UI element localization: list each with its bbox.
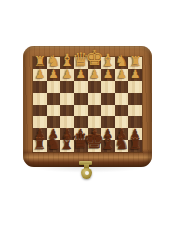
square-r3c4 [74, 81, 88, 93]
square-r1c7: ♞ [115, 57, 129, 69]
square-r5c2 [47, 105, 61, 117]
square-r8c4: ♛ [74, 140, 88, 152]
square-r5c7 [115, 105, 129, 117]
square-r2c4: ♟ [74, 69, 88, 81]
piece-white-knight: ♞ [115, 54, 128, 69]
square-r4c6 [101, 93, 115, 105]
piece-white-pawn: ♟ [89, 69, 99, 81]
square-r1c6: ♝ [101, 57, 115, 69]
square-r6c3 [60, 116, 74, 128]
square-r3c8 [128, 81, 142, 93]
square-r2c5: ♟ [88, 69, 102, 81]
piece-white-pawn: ♟ [62, 69, 72, 81]
piece-white-pawn: ♟ [76, 69, 86, 81]
square-r7c3: ♟ [60, 128, 74, 140]
square-r2c7: ♟ [115, 69, 129, 81]
square-r6c4 [74, 116, 88, 128]
piece-black-pawn: ♟ [48, 128, 59, 141]
square-r4c1 [33, 93, 47, 105]
piece-black-pawn: ♟ [102, 128, 113, 141]
square-r4c2 [47, 93, 61, 105]
piece-black-pawn: ♟ [34, 128, 45, 141]
piece-white-pawn: ♟ [48, 69, 58, 81]
piece-white-pawn: ♟ [103, 69, 113, 81]
square-r7c8: ♟ [128, 128, 142, 140]
square-r8c6: ♝ [101, 140, 115, 152]
piece-black-rook: ♜ [33, 137, 46, 152]
piece-white-pawn: ♟ [35, 69, 45, 81]
square-r6c7 [115, 116, 129, 128]
square-r5c3 [60, 105, 74, 117]
wooden-chess-box: ♜♞♝♛♚♝♞♜♟♟♟♟♟♟♟♟♟♟♟♟♟♟♟♟♜♞♝♛♚♝♞♜ [23, 46, 152, 167]
square-r3c5 [88, 81, 102, 93]
square-r2c8: ♟ [128, 69, 142, 81]
square-r7c1: ♟ [33, 128, 47, 140]
square-r8c1: ♜ [33, 140, 47, 152]
square-r1c8: ♜ [128, 57, 142, 69]
piece-black-pawn: ♟ [116, 128, 127, 141]
square-r5c8 [128, 105, 142, 117]
chess-board: ♜♞♝♛♚♝♞♜♟♟♟♟♟♟♟♟♟♟♟♟♟♟♟♟♜♞♝♛♚♝♞♜ [33, 57, 142, 152]
square-r8c3: ♝ [60, 140, 74, 152]
square-r4c7 [115, 93, 129, 105]
piece-black-pawn: ♟ [75, 128, 86, 141]
square-r3c1 [33, 81, 47, 93]
square-r3c3 [60, 81, 74, 93]
piece-white-rook: ♜ [129, 55, 141, 69]
square-r2c1: ♟ [33, 69, 47, 81]
square-r2c2: ♟ [47, 69, 61, 81]
square-r5c1 [33, 105, 47, 117]
latch-hole-icon [85, 171, 89, 175]
square-r4c8 [128, 93, 142, 105]
square-r8c2: ♞ [47, 140, 61, 152]
square-r1c5: ♚ [88, 57, 102, 69]
chess-set-photo: ♜♞♝♛♚♝♞♜♟♟♟♟♟♟♟♟♟♟♟♟♟♟♟♟♜♞♝♛♚♝♞♜ [0, 0, 171, 240]
square-r1c2: ♞ [47, 57, 61, 69]
square-r2c6: ♟ [101, 69, 115, 81]
square-r1c4: ♛ [74, 57, 88, 69]
square-r5c5 [88, 105, 102, 117]
square-r7c6: ♟ [101, 128, 115, 140]
piece-white-knight: ♞ [47, 54, 60, 69]
square-r3c2 [47, 81, 61, 93]
square-r7c2: ♟ [47, 128, 61, 140]
square-r1c3: ♝ [60, 57, 74, 69]
piece-white-pawn: ♟ [130, 69, 140, 81]
piece-black-pawn: ♟ [61, 128, 72, 141]
square-r1c1: ♜ [33, 57, 47, 69]
square-r7c5: ♟ [88, 128, 102, 140]
square-r4c5 [88, 93, 102, 105]
square-r3c7 [115, 81, 129, 93]
square-r6c2 [47, 116, 61, 128]
piece-white-rook: ♜ [34, 55, 46, 69]
brass-latch-icon [81, 168, 92, 179]
square-r6c1 [33, 116, 47, 128]
piece-white-pawn: ♟ [116, 69, 126, 81]
square-r6c5 [88, 116, 102, 128]
square-r2c3: ♟ [60, 69, 74, 81]
square-r5c6 [101, 105, 115, 117]
square-r6c6 [101, 116, 115, 128]
square-r8c8: ♜ [128, 140, 142, 152]
square-r7c4: ♟ [74, 128, 88, 140]
square-r5c4 [74, 105, 88, 117]
square-r7c7: ♟ [115, 128, 129, 140]
square-r4c3 [60, 93, 74, 105]
piece-black-pawn: ♟ [89, 128, 100, 141]
square-r6c8 [128, 116, 142, 128]
piece-black-rook: ♜ [128, 137, 141, 152]
square-r8c7: ♞ [115, 140, 129, 152]
square-r3c6 [101, 81, 115, 93]
square-r8c5: ♚ [88, 140, 102, 152]
square-r4c4 [74, 93, 88, 105]
piece-black-pawn: ♟ [130, 128, 141, 141]
